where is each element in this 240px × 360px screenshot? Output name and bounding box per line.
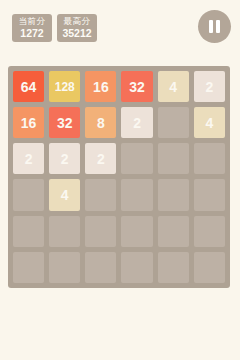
tile-128: 128 (49, 71, 80, 102)
empty-cell (13, 216, 44, 247)
current-score-box: 当前分 1272 (12, 14, 52, 42)
empty-cell (121, 252, 152, 283)
empty-cell (49, 216, 80, 247)
best-score-label: 最高分 (64, 16, 91, 27)
pause-icon (216, 20, 220, 33)
tile-64: 64 (13, 71, 44, 102)
empty-cell (158, 143, 189, 174)
empty-cell (158, 252, 189, 283)
pause-button[interactable] (198, 10, 231, 43)
game-screen: 当前分 1272 最高分 35212 641281632421632824222… (0, 0, 240, 360)
tile-4: 4 (49, 179, 80, 210)
empty-cell (85, 179, 116, 210)
empty-cell (13, 179, 44, 210)
empty-cell (158, 179, 189, 210)
empty-cell (121, 143, 152, 174)
tile-32: 32 (49, 107, 80, 138)
empty-cell (194, 252, 225, 283)
empty-cell (121, 179, 152, 210)
empty-cell (85, 252, 116, 283)
tile-32: 32 (121, 71, 152, 102)
tile-2: 2 (121, 107, 152, 138)
board-grid[interactable]: 6412816324216328242224 (8, 66, 230, 288)
empty-cell (158, 216, 189, 247)
tile-4: 4 (158, 71, 189, 102)
current-score-label: 当前分 (19, 16, 46, 27)
score-panel: 当前分 1272 最高分 35212 (12, 14, 97, 42)
tile-16: 16 (85, 71, 116, 102)
empty-cell (49, 252, 80, 283)
empty-cell (13, 252, 44, 283)
tile-8: 8 (85, 107, 116, 138)
empty-cell (194, 216, 225, 247)
tile-2: 2 (49, 143, 80, 174)
empty-cell (194, 179, 225, 210)
best-score-box: 最高分 35212 (57, 14, 97, 42)
current-score-value: 1272 (20, 27, 43, 40)
best-score-value: 35212 (62, 27, 91, 40)
tile-2: 2 (85, 143, 116, 174)
tile-4: 4 (194, 107, 225, 138)
empty-cell (194, 143, 225, 174)
empty-cell (121, 216, 152, 247)
pause-icon (209, 20, 213, 33)
empty-cell (158, 107, 189, 138)
tile-16: 16 (13, 107, 44, 138)
tile-2: 2 (13, 143, 44, 174)
empty-cell (85, 216, 116, 247)
tile-2: 2 (194, 71, 225, 102)
